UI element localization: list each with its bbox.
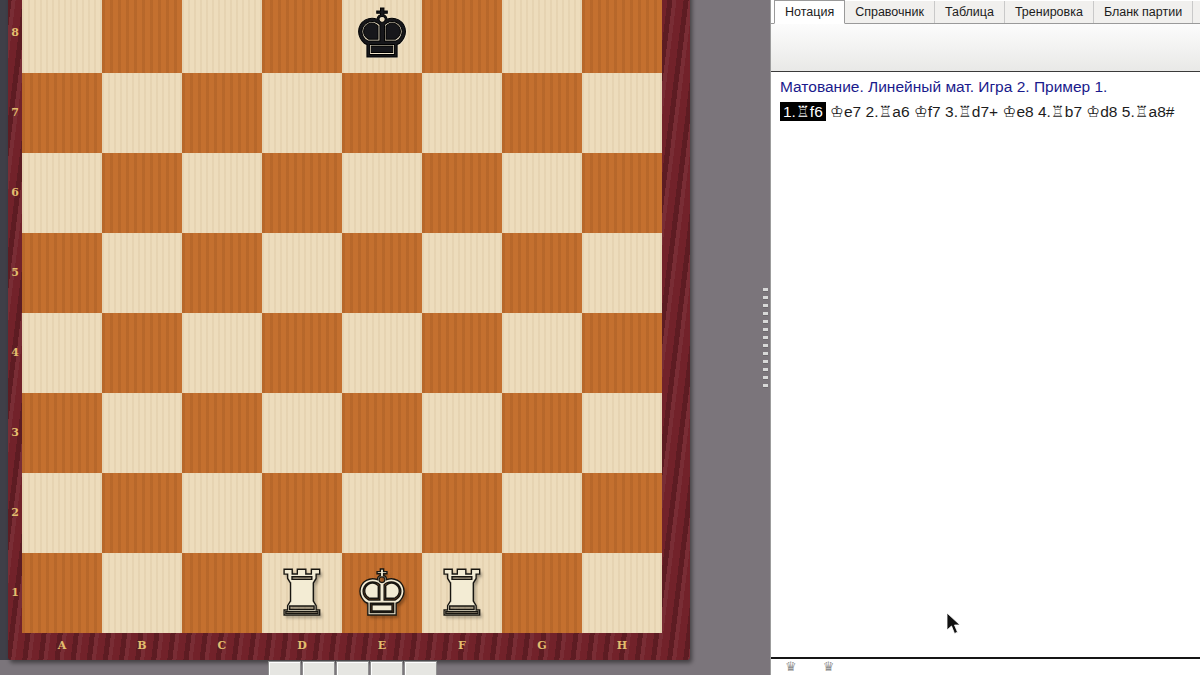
move-token[interactable]: ♔e7 [830,103,861,120]
board-toolbar-button-5[interactable] [404,661,437,675]
rank-label-4: 4 [8,313,22,393]
rank-label-6: 6 [8,153,22,233]
square-h2[interactable] [582,473,662,553]
square-a5[interactable] [22,233,102,313]
file-label-e: E [342,633,422,660]
square-d4[interactable] [262,313,342,393]
move-token[interactable]: 3.♖d7+ [945,103,998,120]
square-g2[interactable] [502,473,582,553]
square-h7[interactable] [582,73,662,153]
square-d6[interactable] [262,153,342,233]
file-label-d: D [262,633,342,660]
square-f3[interactable] [422,393,502,473]
square-e1[interactable]: ♚ [342,553,422,633]
tab-4[interactable]: Тренировка [1005,1,1094,23]
piece-white-rook[interactable]: ♜ [422,553,502,633]
file-label-a: A [22,633,102,660]
board-toolbar-button-1[interactable] [268,661,301,675]
engine-status-bar: ♛♛ [771,657,1200,675]
rank-labels: 87654321 [8,0,22,640]
square-e4[interactable] [342,313,422,393]
square-g5[interactable] [502,233,582,313]
square-e2[interactable] [342,473,422,553]
square-b6[interactable] [102,153,182,233]
board-toolbar-button-4[interactable] [370,661,403,675]
file-label-b: B [102,633,182,660]
rank-label-1: 1 [8,553,22,633]
square-c8[interactable] [182,0,262,73]
square-g1[interactable] [502,553,582,633]
square-d5[interactable] [262,233,342,313]
square-b2[interactable] [102,473,182,553]
file-label-f: F [422,633,502,660]
tab-bar: НотацияСправочникТаблицаТренировкаБланк … [771,0,1200,24]
square-c6[interactable] [182,153,262,233]
square-c5[interactable] [182,233,262,313]
square-c3[interactable] [182,393,262,473]
move-token-current[interactable]: 1.♖f6 [780,102,826,121]
square-a4[interactable] [22,313,102,393]
square-g3[interactable] [502,393,582,473]
square-a2[interactable] [22,473,102,553]
square-f4[interactable] [422,313,502,393]
board-toolbar-button-3[interactable] [336,661,369,675]
square-a8[interactable] [22,0,102,73]
square-d2[interactable] [262,473,342,553]
square-b1[interactable] [102,553,182,633]
file-label-g: G [502,633,582,660]
move-list: 1.♖f6 ♔e7 2.♖a6 ♔f7 3.♖d7+ ♔e8 4.♖b7 ♔d8… [780,99,1191,125]
square-c7[interactable] [182,73,262,153]
square-d3[interactable] [262,393,342,473]
square-b3[interactable] [102,393,182,473]
square-f2[interactable] [422,473,502,553]
square-g7[interactable] [502,73,582,153]
panel-header-band [771,24,1200,72]
chess-board: ♚♜♚♜ [22,0,662,633]
tab-5[interactable]: Бланк партии [1094,1,1193,23]
piece-black-king[interactable]: ♚ [342,0,422,73]
square-h4[interactable] [582,313,662,393]
move-token[interactable]: 5.♖a8# [1122,103,1175,120]
square-d8[interactable] [262,0,342,73]
square-b8[interactable] [102,0,182,73]
board-toolbar [268,661,437,675]
square-d1[interactable]: ♜ [262,553,342,633]
queen-icon[interactable]: ♛ [823,660,835,674]
move-token[interactable]: 2.♖a6 [866,103,910,120]
square-a1[interactable] [22,553,102,633]
square-b7[interactable] [102,73,182,153]
rank-label-3: 3 [8,393,22,473]
piece-white-rook[interactable]: ♜ [262,553,342,633]
notation-panel: НотацияСправочникТаблицаТренировкаБланк … [770,0,1200,675]
square-e8[interactable]: ♚ [342,0,422,73]
move-token[interactable]: ♔d8 [1086,103,1117,120]
square-f1[interactable]: ♜ [422,553,502,633]
square-f6[interactable] [422,153,502,233]
square-h3[interactable] [582,393,662,473]
tab-3[interactable]: Таблица [935,1,1005,23]
square-h8[interactable] [582,0,662,73]
square-h1[interactable] [582,553,662,633]
rank-label-5: 5 [8,233,22,313]
square-h5[interactable] [582,233,662,313]
square-c4[interactable] [182,313,262,393]
tab-2[interactable]: Справочник [845,1,935,23]
panel-content: Матование. Линейный мат. Игра 2. Пример … [771,72,1200,125]
square-e7[interactable] [342,73,422,153]
square-g8[interactable] [502,0,582,73]
square-a3[interactable] [22,393,102,473]
rank-label-7: 7 [8,73,22,153]
file-label-h: H [582,633,662,660]
square-c1[interactable] [182,553,262,633]
square-f8[interactable] [422,0,502,73]
square-c2[interactable] [182,473,262,553]
file-labels: ABCDEFGH [22,633,662,660]
square-f7[interactable] [422,73,502,153]
square-e6[interactable] [342,153,422,233]
piece-white-king[interactable]: ♚ [342,553,422,633]
move-token[interactable]: ♔f7 [914,103,941,120]
square-b4[interactable] [102,313,182,393]
square-f5[interactable] [422,233,502,313]
file-label-c: C [182,633,262,660]
rank-label-8: 8 [8,0,22,73]
rank-label-2: 2 [8,473,22,553]
square-d7[interactable] [262,73,342,153]
panel-splitter-handle[interactable] [763,288,768,392]
board-toolbar-button-2[interactable] [302,661,335,675]
move-token[interactable]: ♔e8 [1002,103,1033,120]
app-window: ♚♜♚♜ 87654321 ABCDEFGH НотацияСправочник… [0,0,1200,675]
exercise-title: Матование. Линейный мат. Игра 2. Пример … [780,78,1191,96]
square-h6[interactable] [582,153,662,233]
queen-icon[interactable]: ♛ [785,660,797,674]
square-a7[interactable] [22,73,102,153]
tab-6[interactable]: L [1193,1,1200,23]
tab-1-active[interactable]: Нотация [774,0,845,24]
move-token[interactable]: 4.♖b7 [1038,103,1082,120]
square-b5[interactable] [102,233,182,313]
square-e5[interactable] [342,233,422,313]
square-a6[interactable] [22,153,102,233]
square-g6[interactable] [502,153,582,233]
square-g4[interactable] [502,313,582,393]
square-e3[interactable] [342,393,422,473]
